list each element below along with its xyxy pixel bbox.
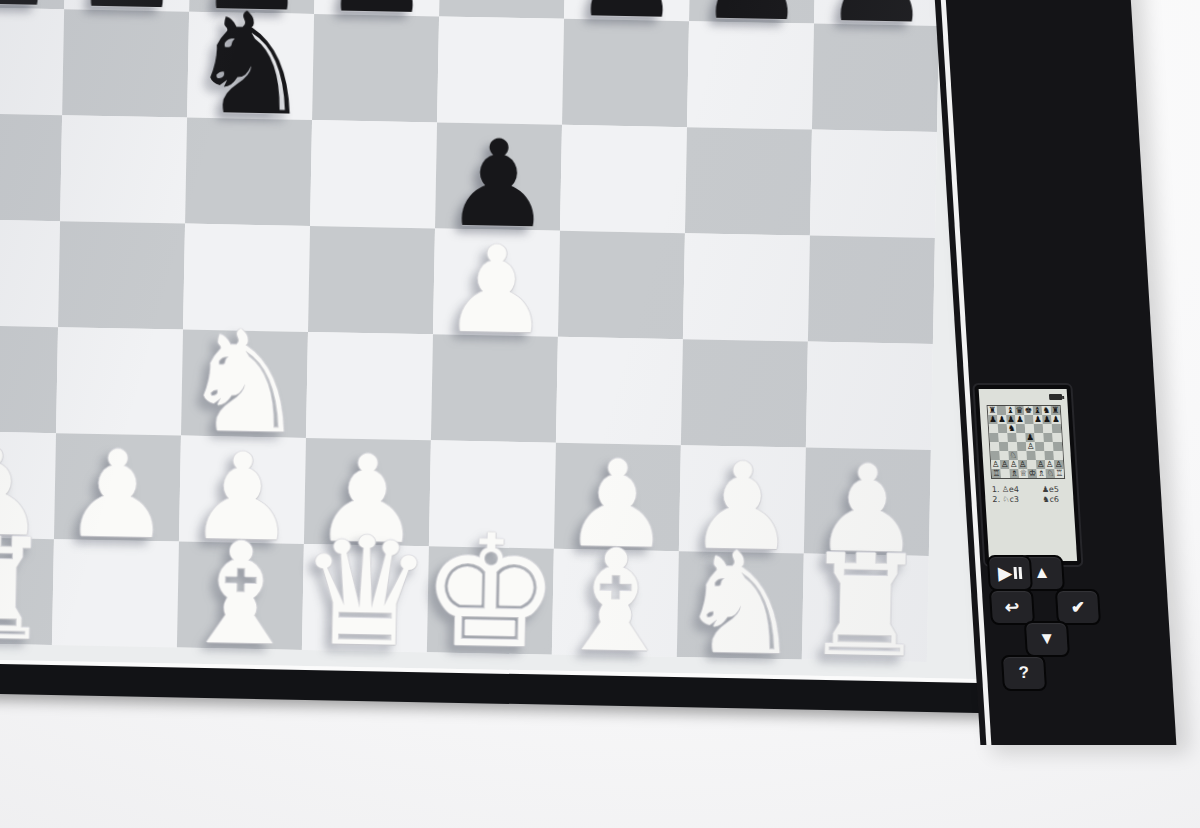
square-g5 (685, 127, 812, 235)
lcd-square-h7: ♟ (1051, 415, 1061, 424)
square-f4 (558, 231, 685, 339)
piece-white-pawn-h2: ♟ (812, 452, 922, 568)
square-a3 (0, 325, 58, 433)
piece-white-knight-g1: ♞ (676, 536, 804, 671)
piece-white-bishop-c1: ♝ (176, 527, 304, 662)
down-icon: ▼ (1038, 629, 1056, 649)
back-button[interactable]: ↩ (989, 589, 1035, 625)
piece-white-rook-a1: ♜ (0, 522, 55, 657)
chess-board-unit: ♜♝♛♚♝♞♜♟♟♟♟♟♟♟♞♟♟♞♟♟♟♟♟♟♟♜♝♛♚♝♞♜ (0, 0, 1008, 713)
square-c5 (185, 118, 312, 226)
square-h3 (806, 342, 933, 450)
piece-black-knight-c6: ♞ (187, 0, 315, 132)
square-f3 (556, 337, 683, 445)
square-d4 (308, 226, 435, 334)
square-a5 (0, 113, 62, 221)
square-f6 (562, 19, 689, 127)
piece-white-pawn-e4: ♟ (441, 233, 551, 349)
square-c6: ♞ (187, 12, 314, 120)
square-b3 (56, 327, 183, 435)
piece-white-pawn-f2: ♟ (562, 447, 672, 563)
lcd-square-h5 (1052, 433, 1062, 442)
up-icon: ▲ (1033, 563, 1051, 583)
square-a1: ♜ (0, 537, 54, 645)
square-d6 (312, 14, 439, 122)
square-g2: ♟ (679, 445, 806, 553)
pause-bar (1018, 567, 1022, 579)
piece-white-bishop-f1: ♝ (551, 534, 679, 669)
square-g3 (681, 339, 808, 447)
square-h6 (812, 24, 939, 132)
square-g7: ♟ (689, 0, 816, 24)
square-h5 (810, 130, 937, 238)
square-e6 (437, 16, 564, 124)
piece-white-pawn-a2: ♟ (0, 435, 47, 551)
square-b2: ♟ (54, 433, 181, 541)
square-e2 (429, 440, 556, 548)
down-button[interactable]: ▼ (1024, 621, 1070, 657)
piece-white-pawn-d2: ♟ (312, 442, 422, 558)
square-d3 (306, 332, 433, 440)
square-a2: ♟ (0, 431, 56, 539)
console-keypad: ▲↩✔▼?▶ (987, 555, 1108, 695)
square-d5 (310, 120, 437, 228)
square-g6 (687, 21, 814, 129)
square-c2: ♟ (179, 436, 306, 544)
square-e5: ♟ (435, 122, 562, 230)
lcd-mini-board: ♜♝♛♚♝♞♜♟♟♟♟♟♟♟♞♟♙♘♙♙♙♙♙♙♙♖♗♕♔♗♘♖ (987, 405, 1066, 479)
piece-white-rook-h1: ♜ (801, 539, 929, 674)
piece-white-pawn-c2: ♟ (187, 440, 297, 556)
lcd-screen: ♜♝♛♚♝♞♜♟♟♟♟♟♟♟♞♟♙♘♙♙♙♙♙♙♙♖♗♕♔♗♘♖ 1.♙e4♟e… (979, 389, 1078, 561)
square-a4 (0, 219, 60, 327)
help-button[interactable]: ? (1001, 655, 1047, 691)
help-icon: ? (1018, 663, 1030, 683)
square-b4 (58, 221, 185, 329)
square-c4 (183, 224, 310, 332)
back-icon: ↩ (1004, 597, 1020, 618)
square-h4 (808, 236, 935, 344)
piece-white-pawn-b2: ♟ (62, 437, 172, 553)
play-pause-button[interactable]: ▶ (987, 555, 1033, 591)
square-f7: ♟ (564, 0, 691, 21)
square-c3: ♞ (181, 330, 308, 438)
move-row-1: 1.♙e4♟e5 (991, 485, 1070, 495)
square-b5 (60, 115, 187, 223)
square-g4 (683, 233, 810, 341)
square-b1 (52, 539, 179, 647)
lcd-move-list: 1.♙e4♟e52.♘c3♞c6 (991, 485, 1070, 505)
square-b6 (62, 9, 189, 117)
square-h2: ♟ (804, 448, 931, 556)
square-f1: ♝ (552, 549, 679, 657)
square-e3 (431, 334, 558, 442)
square-h1: ♜ (802, 554, 929, 662)
piece-white-knight-c3: ♞ (180, 315, 308, 450)
lcd-square-h1: ♖ (1055, 469, 1065, 478)
square-f5 (560, 125, 687, 233)
piece-white-pawn-g2: ♟ (687, 449, 797, 565)
battery-icon (1049, 394, 1062, 400)
play-pause-icon: ▶ (998, 563, 1012, 584)
square-a6 (0, 7, 64, 115)
lcd-square-h6 (1052, 424, 1062, 433)
square-e4: ♟ (433, 228, 560, 336)
square-e1: ♚ (427, 546, 554, 654)
lcd-square-h4 (1053, 442, 1063, 451)
square-h7: ♟ (814, 0, 941, 26)
square-d1: ♛ (302, 544, 429, 652)
ok-button[interactable]: ✔ (1055, 589, 1101, 625)
lcd-module: ♜♝♛♚♝♞♜♟♟♟♟♟♟♟♞♟♙♘♙♙♙♙♙♙♙♖♗♕♔♗♘♖ 1.♙e4♟e… (974, 385, 1081, 565)
square-f2: ♟ (554, 443, 681, 551)
pause-bar (1013, 567, 1017, 579)
piece-black-pawn-e5: ♟ (443, 127, 553, 243)
square-g1: ♞ (677, 551, 804, 659)
square-d2: ♟ (304, 438, 431, 546)
move-row-2: 2.♘c3♞c6 (992, 495, 1071, 505)
ok-icon: ✔ (1070, 597, 1086, 618)
square-c1: ♝ (177, 542, 304, 650)
chess-board: ♜♝♛♚♝♞♜♟♟♟♟♟♟♟♞♟♟♞♟♟♟♟♟♟♟♜♝♛♚♝♞♜ (0, 0, 943, 662)
